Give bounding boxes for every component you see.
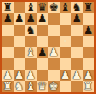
- square-f6[interactable]: [60, 25, 72, 36]
- square-d3[interactable]: [37, 58, 49, 69]
- square-b3[interactable]: [14, 58, 26, 69]
- square-g2[interactable]: ♟: [71, 70, 83, 81]
- square-f2[interactable]: ♟: [60, 70, 72, 81]
- square-g4[interactable]: [71, 47, 83, 58]
- white-pawn: ♟: [26, 70, 36, 81]
- square-d2[interactable]: [37, 70, 49, 81]
- square-a7[interactable]: ♟: [2, 13, 14, 24]
- black-pawn: ♟: [3, 13, 13, 24]
- black-pawn: ♟: [26, 13, 36, 24]
- black-pawn: ♟: [83, 25, 93, 36]
- white-knight: ♞: [14, 81, 24, 92]
- square-f1[interactable]: [60, 81, 72, 92]
- square-d7[interactable]: ♟: [37, 13, 49, 24]
- square-c6[interactable]: ♞: [25, 25, 37, 36]
- square-h7[interactable]: [83, 13, 95, 24]
- white-pawn: ♟: [83, 70, 93, 81]
- square-a2[interactable]: ♟: [2, 70, 14, 81]
- square-g7[interactable]: ♟: [71, 13, 83, 24]
- square-d6[interactable]: [37, 25, 49, 36]
- square-f4[interactable]: [60, 47, 72, 58]
- square-h3[interactable]: [83, 58, 95, 69]
- black-pawn: ♟: [72, 13, 82, 24]
- square-a4[interactable]: [2, 47, 14, 58]
- black-queen: ♛: [37, 2, 47, 13]
- square-g3[interactable]: [71, 58, 83, 69]
- square-f8[interactable]: ♝: [60, 2, 72, 13]
- black-pawn: ♟: [37, 13, 47, 24]
- square-c1[interactable]: ♝: [25, 81, 37, 92]
- square-g6[interactable]: [71, 25, 83, 36]
- chess-board: ♜♝♛♚♝♞♜♟♟♟♟♟♞♟♝♟♟♟♟♟♟♟♟♜♞♝♛♚♜: [2, 2, 94, 92]
- black-bishop: ♝: [26, 2, 36, 13]
- square-b4[interactable]: [14, 47, 26, 58]
- square-d4[interactable]: ♟: [37, 47, 49, 58]
- square-h8[interactable]: ♜: [83, 2, 95, 13]
- square-e1[interactable]: ♚: [48, 81, 60, 92]
- black-king: ♚: [49, 2, 59, 13]
- square-c8[interactable]: ♝: [25, 2, 37, 13]
- square-b8[interactable]: [14, 2, 26, 13]
- white-pawn: ♟: [49, 47, 59, 58]
- square-a8[interactable]: ♜: [2, 2, 14, 13]
- black-pawn: ♟: [14, 13, 24, 24]
- square-e8[interactable]: ♚: [48, 2, 60, 13]
- white-king: ♚: [49, 81, 59, 92]
- square-g1[interactable]: [71, 81, 83, 92]
- square-b6[interactable]: [14, 25, 26, 36]
- square-h2[interactable]: ♟: [83, 70, 95, 81]
- square-e4[interactable]: ♟: [48, 47, 60, 58]
- black-knight: ♞: [72, 2, 82, 13]
- square-f7[interactable]: [60, 13, 72, 24]
- square-c4[interactable]: ♝: [25, 47, 37, 58]
- square-b7[interactable]: ♟: [14, 13, 26, 24]
- square-h1[interactable]: ♜: [83, 81, 95, 92]
- square-a6[interactable]: [2, 25, 14, 36]
- square-g8[interactable]: ♞: [71, 2, 83, 13]
- square-h4[interactable]: [83, 47, 95, 58]
- square-c2[interactable]: ♟: [25, 70, 37, 81]
- black-bishop: ♝: [60, 2, 70, 13]
- square-g5[interactable]: [71, 36, 83, 47]
- white-pawn: ♟: [3, 70, 13, 81]
- white-bishop: ♝: [26, 47, 36, 58]
- black-pawn: ♟: [37, 47, 47, 58]
- square-c5[interactable]: [25, 36, 37, 47]
- square-e3[interactable]: [48, 58, 60, 69]
- black-rook: ♜: [3, 2, 13, 13]
- square-e7[interactable]: [48, 13, 60, 24]
- square-c3[interactable]: [25, 58, 37, 69]
- square-h5[interactable]: [83, 36, 95, 47]
- square-d8[interactable]: ♛: [37, 2, 49, 13]
- square-c7[interactable]: ♟: [25, 13, 37, 24]
- board-frame: ♜♝♛♚♝♞♜♟♟♟♟♟♞♟♝♟♟♟♟♟♟♟♟♜♞♝♛♚♜: [0, 0, 96, 94]
- square-h6[interactable]: ♟: [83, 25, 95, 36]
- white-bishop: ♝: [26, 81, 36, 92]
- square-f3[interactable]: [60, 58, 72, 69]
- square-a5[interactable]: [2, 36, 14, 47]
- square-d5[interactable]: [37, 36, 49, 47]
- white-rook: ♜: [83, 81, 93, 92]
- square-a3[interactable]: [2, 58, 14, 69]
- black-knight: ♞: [26, 25, 36, 36]
- square-b5[interactable]: [14, 36, 26, 47]
- square-b2[interactable]: ♟: [14, 70, 26, 81]
- square-e6[interactable]: [48, 25, 60, 36]
- white-pawn: ♟: [14, 70, 24, 81]
- square-f5[interactable]: [60, 36, 72, 47]
- square-d1[interactable]: ♛: [37, 81, 49, 92]
- square-b1[interactable]: ♞: [14, 81, 26, 92]
- white-pawn: ♟: [72, 70, 82, 81]
- artifact-dot: [64, 40, 66, 42]
- square-e5[interactable]: [48, 36, 60, 47]
- square-e2[interactable]: [48, 70, 60, 81]
- square-a1[interactable]: ♜: [2, 81, 14, 92]
- white-pawn: ♟: [60, 70, 70, 81]
- white-rook: ♜: [3, 81, 13, 92]
- black-rook: ♜: [83, 2, 93, 13]
- white-queen: ♛: [37, 81, 47, 92]
